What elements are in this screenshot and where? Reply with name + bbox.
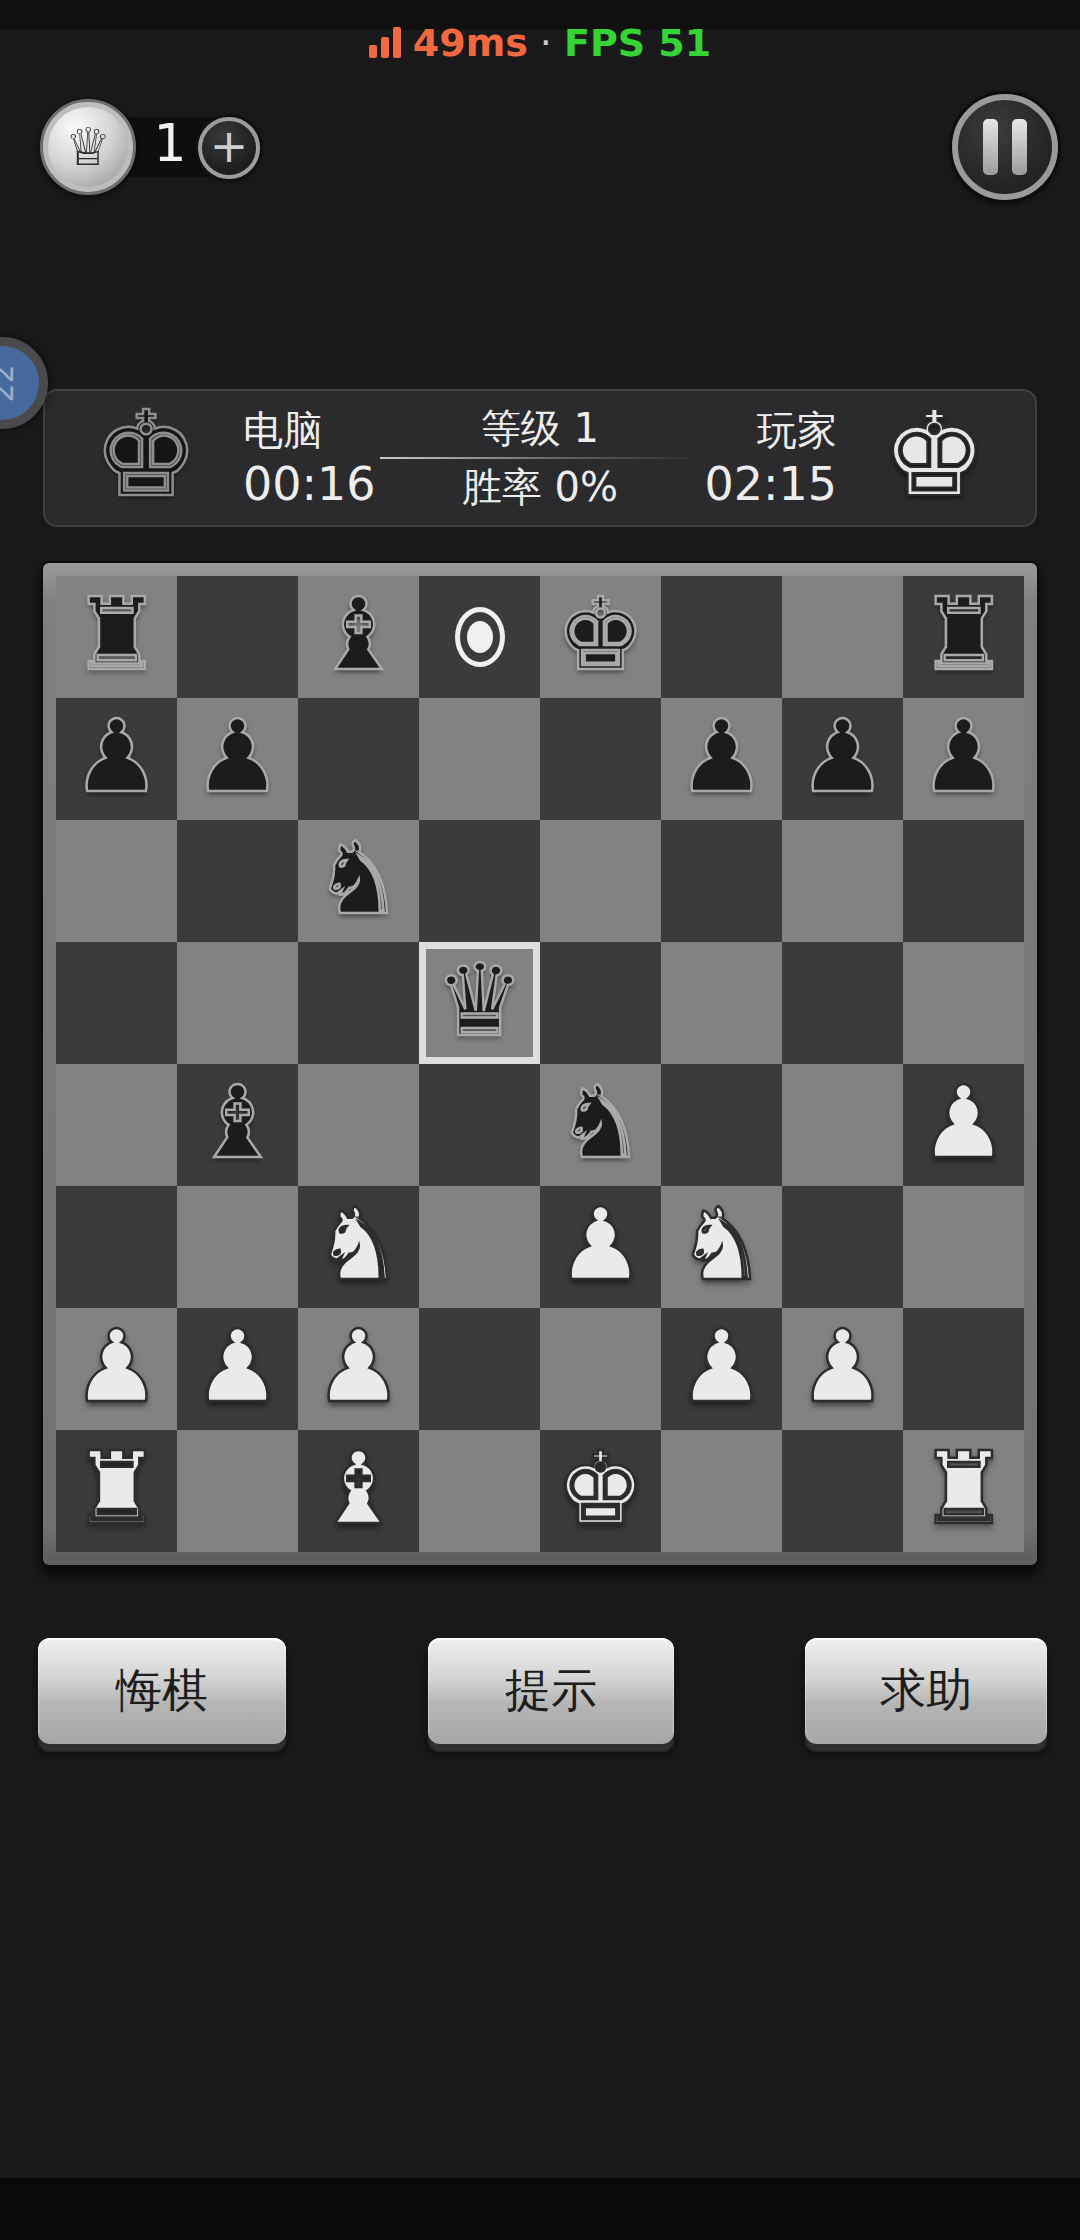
square-c6[interactable]: ♞: [298, 820, 419, 942]
player-clock: 02:15: [704, 457, 837, 511]
winrate-label: 胜率 0%: [380, 461, 700, 513]
square-g5[interactable]: [782, 942, 903, 1064]
white-pawn: ♟: [903, 1064, 1024, 1186]
square-d5[interactable]: ♛: [419, 942, 540, 1064]
square-e1[interactable]: ♚: [540, 1430, 661, 1552]
square-g2[interactable]: ♟: [782, 1308, 903, 1430]
square-g8[interactable]: [782, 576, 903, 698]
black-pawn: ♟: [56, 698, 177, 820]
square-a6[interactable]: [56, 820, 177, 942]
square-a5[interactable]: [56, 942, 177, 1064]
white-pawn: ♟: [298, 1308, 419, 1430]
fps-value: FPS 51: [564, 22, 711, 64]
pause-button[interactable]: [952, 94, 1058, 200]
square-e3[interactable]: ♟: [540, 1186, 661, 1308]
square-b3[interactable]: [177, 1186, 298, 1308]
square-e4[interactable]: ♞: [540, 1064, 661, 1186]
black-bishop: ♝: [177, 1064, 298, 1186]
square-h3[interactable]: [903, 1186, 1024, 1308]
white-rook: ♜: [903, 1430, 1024, 1552]
pause-icon: [1012, 119, 1027, 175]
black-knight: ♞: [540, 1064, 661, 1186]
square-h1[interactable]: ♜: [903, 1430, 1024, 1552]
black-rook: ♜: [903, 576, 1024, 698]
black-pawn: ♟: [177, 698, 298, 820]
square-e2[interactable]: [540, 1308, 661, 1430]
square-h8[interactable]: ♜: [903, 576, 1024, 698]
hint-button[interactable]: 提示: [428, 1638, 674, 1744]
square-g7[interactable]: ♟: [782, 698, 903, 820]
signal-bars-icon: [369, 27, 401, 64]
last-move-origin-marker: [455, 607, 505, 667]
white-king: ♚: [540, 1430, 661, 1552]
game-stats-panel: 等级 1 胜率 0%: [380, 403, 700, 513]
square-g1[interactable]: [782, 1430, 903, 1552]
black-pawn: ♟: [903, 698, 1024, 820]
black-rook: ♜: [56, 576, 177, 698]
white-bishop: ♝: [298, 1430, 419, 1552]
square-d4[interactable]: [419, 1064, 540, 1186]
square-h4[interactable]: ♟: [903, 1064, 1024, 1186]
white-pawn: ♟: [540, 1186, 661, 1308]
stats-divider: [380, 457, 700, 459]
square-c4[interactable]: [298, 1064, 419, 1186]
square-b4[interactable]: ♝: [177, 1064, 298, 1186]
square-d8[interactable]: [419, 576, 540, 698]
white-rook: ♜: [56, 1430, 177, 1552]
square-e6[interactable]: [540, 820, 661, 942]
square-b5[interactable]: [177, 942, 298, 1064]
square-f1[interactable]: [661, 1430, 782, 1552]
black-king-icon: ♚: [93, 379, 199, 529]
white-pawn: ♟: [177, 1308, 298, 1430]
black-knight: ♞: [298, 820, 419, 942]
white-knight: ♞: [661, 1186, 782, 1308]
black-pawn: ♟: [661, 698, 782, 820]
square-h5[interactable]: [903, 942, 1024, 1064]
square-e7[interactable]: [540, 698, 661, 820]
floating-overlay-badge[interactable]: 22: [0, 337, 48, 429]
square-g6[interactable]: [782, 820, 903, 942]
square-b2[interactable]: ♟: [177, 1308, 298, 1430]
latency-value: 49ms: [413, 22, 528, 64]
square-c2[interactable]: ♟: [298, 1308, 419, 1430]
square-f3[interactable]: ♞: [661, 1186, 782, 1308]
square-d7[interactable]: [419, 698, 540, 820]
square-c3[interactable]: ♞: [298, 1186, 419, 1308]
performance-overlay: 49ms · FPS 51: [0, 22, 1080, 64]
square-d3[interactable]: [419, 1186, 540, 1308]
white-king-icon: ♚: [881, 379, 987, 529]
square-a8[interactable]: ♜: [56, 576, 177, 698]
square-c1[interactable]: ♝: [298, 1430, 419, 1552]
square-a1[interactable]: ♜: [56, 1430, 177, 1552]
computer-name: 电脑: [243, 405, 323, 455]
square-d2[interactable]: [419, 1308, 540, 1430]
square-f2[interactable]: ♟: [661, 1308, 782, 1430]
human-panel: 玩家 02:15: [704, 405, 837, 511]
crown-level-button[interactable]: ♕: [40, 99, 136, 195]
square-f8[interactable]: [661, 576, 782, 698]
undo-button[interactable]: 悔棋: [38, 1638, 286, 1744]
square-h6[interactable]: [903, 820, 1024, 942]
square-c5[interactable]: [298, 942, 419, 1064]
square-h2[interactable]: [903, 1308, 1024, 1430]
floating-badge-label: 22: [0, 364, 20, 402]
white-knight: ♞: [298, 1186, 419, 1308]
level-label: 等级 1: [380, 403, 700, 453]
bottom-system-strip: [0, 2178, 1080, 2240]
white-pawn: ♟: [661, 1308, 782, 1430]
square-e5[interactable]: [540, 942, 661, 1064]
pause-icon: [983, 119, 998, 175]
black-queen: ♛: [419, 942, 540, 1064]
square-a7[interactable]: ♟: [56, 698, 177, 820]
square-a4[interactable]: [56, 1064, 177, 1186]
help-button[interactable]: 求助: [805, 1638, 1047, 1744]
black-bishop: ♝: [298, 576, 419, 698]
square-g4[interactable]: [782, 1064, 903, 1186]
black-pawn: ♟: [782, 698, 903, 820]
square-f6[interactable]: [661, 820, 782, 942]
white-pawn: ♟: [56, 1308, 177, 1430]
computer-clock: 00:16: [243, 457, 376, 511]
computer-panel: 电脑 00:16: [243, 405, 376, 511]
black-king: ♚: [540, 576, 661, 698]
white-pawn: ♟: [782, 1308, 903, 1430]
square-d6[interactable]: [419, 820, 540, 942]
board-grid: ♜♝♚♜♟♟♟♟♟♞♛♝♞♟♞♟♞♟♟♟♟♟♜♝♚♜: [56, 576, 1024, 1552]
player-name: 玩家: [757, 405, 837, 455]
level-value: 1: [140, 113, 200, 173]
separator-dot: ·: [540, 22, 552, 64]
square-f7[interactable]: ♟: [661, 698, 782, 820]
square-a3[interactable]: [56, 1186, 177, 1308]
square-b7[interactable]: ♟: [177, 698, 298, 820]
square-c8[interactable]: ♝: [298, 576, 419, 698]
player-info-bar: ♚ 电脑 00:16 等级 1 胜率 0% 玩家 02:15 ♚: [43, 389, 1037, 527]
square-a2[interactable]: ♟: [56, 1308, 177, 1430]
square-b8[interactable]: [177, 576, 298, 698]
plus-icon: +: [210, 123, 249, 169]
square-e8[interactable]: ♚: [540, 576, 661, 698]
chess-board-frame: ♜♝♚♜♟♟♟♟♟♞♛♝♞♟♞♟♞♟♟♟♟♟♜♝♚♜: [43, 563, 1037, 1565]
square-d1[interactable]: [419, 1430, 540, 1552]
crown-icon: ♕: [65, 121, 112, 173]
app-screen: 49ms · FPS 51 ♕ 1 + 22 ♚ 电脑 00:16 等级 1 胜…: [0, 0, 1080, 2240]
square-b6[interactable]: [177, 820, 298, 942]
square-f5[interactable]: [661, 942, 782, 1064]
add-level-button[interactable]: +: [198, 117, 260, 179]
square-h7[interactable]: ♟: [903, 698, 1024, 820]
square-b1[interactable]: [177, 1430, 298, 1552]
square-g3[interactable]: [782, 1186, 903, 1308]
square-c7[interactable]: [298, 698, 419, 820]
square-f4[interactable]: [661, 1064, 782, 1186]
